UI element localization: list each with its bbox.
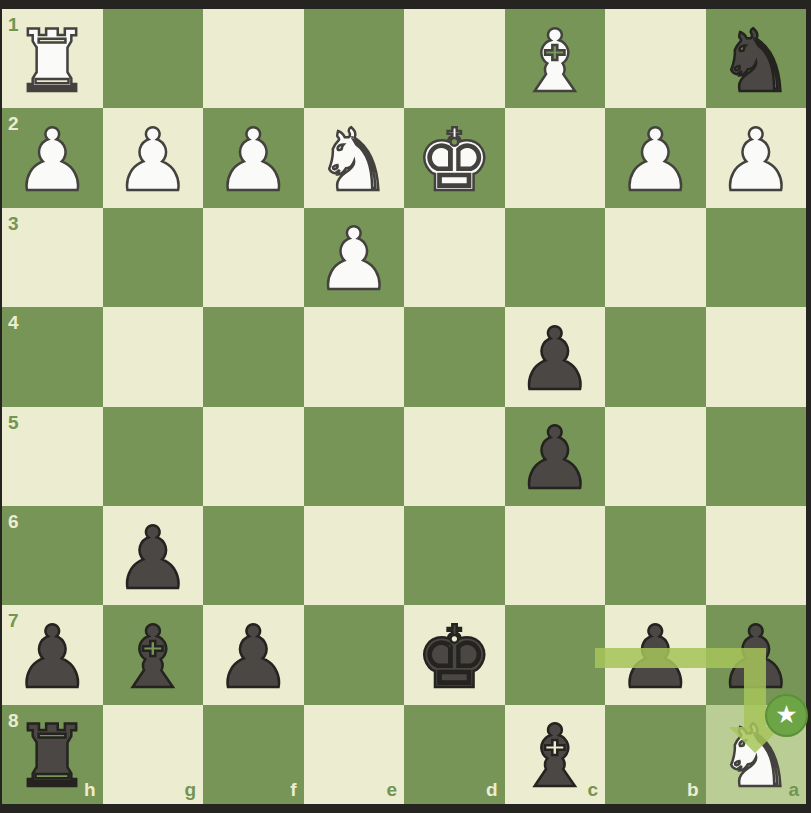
square-e1[interactable] xyxy=(304,9,405,108)
square-a4[interactable] xyxy=(706,307,807,406)
white-knight[interactable]: ♞ xyxy=(315,117,392,203)
square-h5[interactable]: 5 xyxy=(2,407,103,506)
square-g5[interactable] xyxy=(103,407,204,506)
white-king[interactable]: ♚ xyxy=(416,117,493,203)
square-f7[interactable]: ♟ xyxy=(203,605,304,704)
white-pawn[interactable]: ♟ xyxy=(717,117,794,203)
square-h2[interactable]: 2♟ xyxy=(2,108,103,207)
square-a5[interactable] xyxy=(706,407,807,506)
chess-board[interactable]: 1♜♝♞2♟♟♟♞♚♟♟3♟4♟5♟6♟7♟♝♟♚♟♟8h♜gfedc♝ba♞ xyxy=(2,9,806,804)
square-e2[interactable]: ♞ xyxy=(304,108,405,207)
square-b4[interactable] xyxy=(605,307,706,406)
square-f1[interactable] xyxy=(203,9,304,108)
square-h6[interactable]: 6 xyxy=(2,506,103,605)
square-c7[interactable] xyxy=(505,605,606,704)
file-label-d: d xyxy=(486,779,498,801)
square-b6[interactable] xyxy=(605,506,706,605)
rank-label-5: 5 xyxy=(8,412,19,434)
square-b8[interactable]: b xyxy=(605,705,706,804)
black-pawn[interactable]: ♟ xyxy=(14,614,91,700)
square-d3[interactable] xyxy=(404,208,505,307)
square-c1[interactable]: ♝ xyxy=(505,9,606,108)
black-king[interactable]: ♚ xyxy=(416,614,493,700)
square-e4[interactable] xyxy=(304,307,405,406)
rank-label-6: 6 xyxy=(8,511,19,533)
white-pawn[interactable]: ♟ xyxy=(215,117,292,203)
square-a2[interactable]: ♟ xyxy=(706,108,807,207)
square-c8[interactable]: c♝ xyxy=(505,705,606,804)
square-e5[interactable] xyxy=(304,407,405,506)
black-pawn[interactable]: ♟ xyxy=(717,614,794,700)
square-f2[interactable]: ♟ xyxy=(203,108,304,207)
square-g1[interactable] xyxy=(103,9,204,108)
square-a1[interactable]: ♞ xyxy=(706,9,807,108)
square-h1[interactable]: 1♜ xyxy=(2,9,103,108)
square-g4[interactable] xyxy=(103,307,204,406)
black-pawn[interactable]: ♟ xyxy=(617,614,694,700)
black-pawn[interactable]: ♟ xyxy=(516,415,593,501)
square-c3[interactable] xyxy=(505,208,606,307)
square-f3[interactable] xyxy=(203,208,304,307)
white-pawn[interactable]: ♟ xyxy=(315,216,392,302)
white-pawn[interactable]: ♟ xyxy=(617,117,694,203)
square-h4[interactable]: 4 xyxy=(2,307,103,406)
black-bishop[interactable]: ♝ xyxy=(516,713,593,799)
chessboard-frame: 1♜♝♞2♟♟♟♞♚♟♟3♟4♟5♟6♟7♟♝♟♚♟♟8h♜gfedc♝ba♞ … xyxy=(0,0,811,813)
square-b5[interactable] xyxy=(605,407,706,506)
black-pawn[interactable]: ♟ xyxy=(516,316,593,402)
white-pawn[interactable]: ♟ xyxy=(14,117,91,203)
square-f6[interactable] xyxy=(203,506,304,605)
square-f4[interactable] xyxy=(203,307,304,406)
square-d5[interactable] xyxy=(404,407,505,506)
square-g3[interactable] xyxy=(103,208,204,307)
best-move-badge: ★ xyxy=(765,694,808,737)
white-rook[interactable]: ♜ xyxy=(14,18,91,104)
rank-label-4: 4 xyxy=(8,312,19,334)
black-knight[interactable]: ♞ xyxy=(717,18,794,104)
square-g7[interactable]: ♝ xyxy=(103,605,204,704)
square-e6[interactable] xyxy=(304,506,405,605)
square-b3[interactable] xyxy=(605,208,706,307)
square-f8[interactable]: f xyxy=(203,705,304,804)
square-a7[interactable]: ♟ xyxy=(706,605,807,704)
square-d8[interactable]: d xyxy=(404,705,505,804)
square-b7[interactable]: ♟ xyxy=(605,605,706,704)
black-bishop[interactable]: ♝ xyxy=(114,614,191,700)
square-a6[interactable] xyxy=(706,506,807,605)
square-g2[interactable]: ♟ xyxy=(103,108,204,207)
square-b2[interactable]: ♟ xyxy=(605,108,706,207)
file-label-b: b xyxy=(687,779,699,801)
square-a3[interactable] xyxy=(706,208,807,307)
square-d7[interactable]: ♚ xyxy=(404,605,505,704)
square-d6[interactable] xyxy=(404,506,505,605)
star-icon: ★ xyxy=(775,702,797,727)
file-label-g: g xyxy=(184,779,196,801)
square-e7[interactable] xyxy=(304,605,405,704)
black-pawn[interactable]: ♟ xyxy=(215,614,292,700)
square-c6[interactable] xyxy=(505,506,606,605)
black-pawn[interactable]: ♟ xyxy=(114,515,191,601)
white-pawn[interactable]: ♟ xyxy=(114,117,191,203)
square-e3[interactable]: ♟ xyxy=(304,208,405,307)
white-bishop[interactable]: ♝ xyxy=(516,18,593,104)
square-d2[interactable]: ♚ xyxy=(404,108,505,207)
rank-label-3: 3 xyxy=(8,213,19,235)
square-c5[interactable]: ♟ xyxy=(505,407,606,506)
square-f5[interactable] xyxy=(203,407,304,506)
file-label-e: e xyxy=(386,779,397,801)
square-e8[interactable]: e xyxy=(304,705,405,804)
square-h7[interactable]: 7♟ xyxy=(2,605,103,704)
square-b1[interactable] xyxy=(605,9,706,108)
square-d4[interactable] xyxy=(404,307,505,406)
square-c4[interactable]: ♟ xyxy=(505,307,606,406)
square-h3[interactable]: 3 xyxy=(2,208,103,307)
square-d1[interactable] xyxy=(404,9,505,108)
square-h8[interactable]: 8h♜ xyxy=(2,705,103,804)
file-label-f: f xyxy=(290,779,296,801)
square-g8[interactable]: g xyxy=(103,705,204,804)
square-g6[interactable]: ♟ xyxy=(103,506,204,605)
square-c2[interactable] xyxy=(505,108,606,207)
black-rook[interactable]: ♜ xyxy=(14,713,91,799)
